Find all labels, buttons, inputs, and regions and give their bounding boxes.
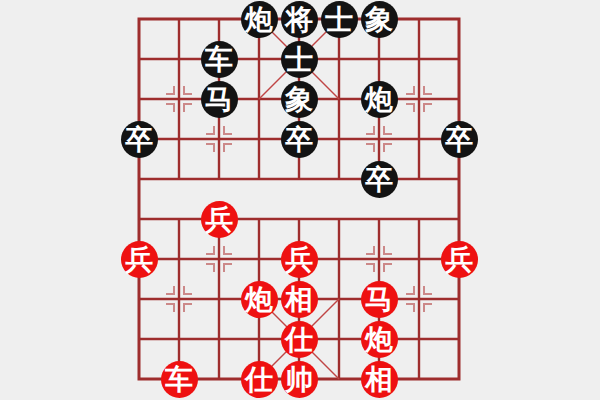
piece-red-chariot[interactable]: 车: [161, 361, 198, 398]
position-marker: [399, 279, 439, 319]
piece-red-cannon[interactable]: 炮: [361, 321, 398, 358]
piece-black-pawn[interactable]: 卒: [281, 121, 318, 158]
piece-red-pawn[interactable]: 兵: [121, 241, 158, 278]
piece-red-horse[interactable]: 马: [361, 281, 398, 318]
piece-red-cannon[interactable]: 炮: [241, 281, 278, 318]
position-marker: [199, 239, 239, 279]
piece-black-elephant[interactable]: 象: [281, 81, 318, 118]
position-marker: [359, 119, 399, 159]
position-marker: [399, 79, 439, 119]
position-marker: [159, 279, 199, 319]
piece-black-elephant[interactable]: 象: [361, 1, 398, 38]
piece-black-chariot[interactable]: 车: [201, 41, 238, 78]
piece-red-king[interactable]: 帅: [281, 361, 318, 398]
piece-black-advisor[interactable]: 士: [281, 41, 318, 78]
piece-black-general[interactable]: 将: [281, 1, 318, 38]
piece-red-advisor[interactable]: 仕: [241, 361, 278, 398]
piece-black-pawn[interactable]: 卒: [361, 161, 398, 198]
piece-red-pawn[interactable]: 兵: [201, 201, 238, 238]
piece-black-pawn[interactable]: 卒: [441, 121, 478, 158]
xiangqi-board-screen: 炮将士象车士马象炮卒卒卒卒兵兵兵兵炮相马仕炮车仕帅相: [0, 0, 600, 400]
piece-black-horse[interactable]: 马: [201, 81, 238, 118]
piece-red-pawn[interactable]: 兵: [281, 241, 318, 278]
piece-black-cannon[interactable]: 炮: [361, 81, 398, 118]
piece-black-pawn[interactable]: 卒: [121, 121, 158, 158]
position-marker: [359, 239, 399, 279]
piece-black-cannon[interactable]: 炮: [241, 1, 278, 38]
position-marker: [159, 79, 199, 119]
piece-red-pawn[interactable]: 兵: [441, 241, 478, 278]
piece-black-advisor[interactable]: 士: [321, 1, 358, 38]
position-marker: [199, 119, 239, 159]
board-grid: 炮将士象车士马象炮卒卒卒卒兵兵兵兵炮相马仕炮车仕帅相: [119, 0, 479, 399]
piece-red-elephant[interactable]: 相: [361, 361, 398, 398]
piece-red-advisor[interactable]: 仕: [281, 321, 318, 358]
piece-red-elephant[interactable]: 相: [281, 281, 318, 318]
